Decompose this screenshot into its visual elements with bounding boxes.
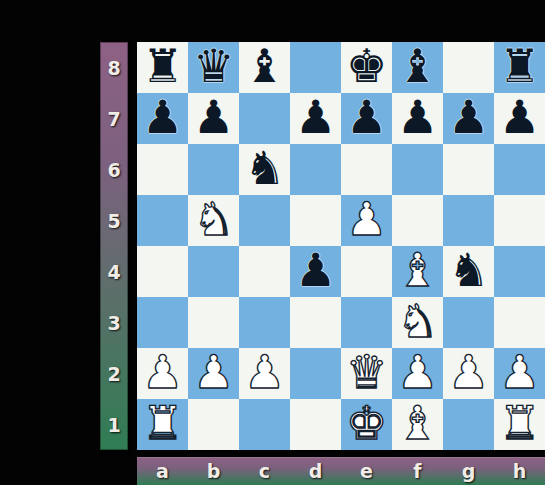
chess-broadcast-frame: 87654321 ♜♛♝♚♝♜♟♟♟♟♟♟♟♞♞♟♟♝♞♞♟♟♟♛♟♟♟♜♚♝♜… [0, 0, 545, 485]
black-bishop-f8[interactable]: ♝ [397, 43, 438, 89]
black-bishop-c8[interactable]: ♝ [244, 43, 285, 89]
rank-label-4: 4 [100, 246, 128, 297]
white-rook-h1[interactable]: ♜ [499, 400, 540, 446]
file-label-f: f [392, 457, 443, 485]
square-c3[interactable] [239, 297, 290, 348]
square-c7[interactable] [239, 93, 290, 144]
square-b2[interactable]: ♟ [188, 348, 239, 399]
square-h4[interactable] [494, 246, 545, 297]
square-b6[interactable] [188, 144, 239, 195]
rank-label-5: 5 [100, 195, 128, 246]
black-knight-g4[interactable]: ♞ [448, 247, 489, 293]
white-pawn-c2[interactable]: ♟ [244, 349, 285, 395]
square-h5[interactable] [494, 195, 545, 246]
white-pawn-g2[interactable]: ♟ [448, 349, 489, 395]
square-a4[interactable] [137, 246, 188, 297]
square-b3[interactable] [188, 297, 239, 348]
file-label-g: g [443, 457, 494, 485]
square-h6[interactable] [494, 144, 545, 195]
square-b4[interactable] [188, 246, 239, 297]
rank-label-6: 6 [100, 144, 128, 195]
file-label-d: d [290, 457, 341, 485]
square-c2[interactable]: ♟ [239, 348, 290, 399]
file-label-strip: abcdefgh [137, 457, 545, 485]
black-queen-b8[interactable]: ♛ [193, 43, 234, 89]
square-g8[interactable] [443, 42, 494, 93]
square-d2[interactable] [290, 348, 341, 399]
square-d3[interactable] [290, 297, 341, 348]
black-rook-a8[interactable]: ♜ [142, 43, 183, 89]
square-a2[interactable]: ♟ [137, 348, 188, 399]
square-g7[interactable]: ♟ [443, 93, 494, 144]
square-c4[interactable] [239, 246, 290, 297]
white-queen-e2[interactable]: ♛ [346, 349, 387, 395]
square-a3[interactable] [137, 297, 188, 348]
square-e3[interactable] [341, 297, 392, 348]
white-bishop-f4[interactable]: ♝ [397, 247, 438, 293]
square-f1[interactable]: ♝ [392, 399, 443, 450]
square-e8[interactable]: ♚ [341, 42, 392, 93]
white-rook-a1[interactable]: ♜ [142, 400, 183, 446]
white-knight-b5[interactable]: ♞ [193, 196, 234, 242]
file-label-a: a [137, 457, 188, 485]
white-king-e1[interactable]: ♚ [346, 400, 387, 446]
file-label-e: e [341, 457, 392, 485]
black-pawn-a7[interactable]: ♟ [142, 94, 183, 140]
square-f4[interactable]: ♝ [392, 246, 443, 297]
square-f3[interactable]: ♞ [392, 297, 443, 348]
black-knight-c6[interactable]: ♞ [244, 145, 285, 191]
square-a5[interactable] [137, 195, 188, 246]
white-knight-f3[interactable]: ♞ [397, 298, 438, 344]
square-g1[interactable] [443, 399, 494, 450]
black-king-e8[interactable]: ♚ [346, 43, 387, 89]
black-pawn-f7[interactable]: ♟ [397, 94, 438, 140]
square-g2[interactable]: ♟ [443, 348, 494, 399]
square-h8[interactable]: ♜ [494, 42, 545, 93]
black-pawn-e7[interactable]: ♟ [346, 94, 387, 140]
square-f8[interactable]: ♝ [392, 42, 443, 93]
black-pawn-h7[interactable]: ♟ [499, 94, 540, 140]
square-h7[interactable]: ♟ [494, 93, 545, 144]
white-pawn-b2[interactable]: ♟ [193, 349, 234, 395]
square-e7[interactable]: ♟ [341, 93, 392, 144]
rank-label-7: 7 [100, 93, 128, 144]
square-b7[interactable]: ♟ [188, 93, 239, 144]
square-a6[interactable] [137, 144, 188, 195]
square-f2[interactable]: ♟ [392, 348, 443, 399]
square-h3[interactable] [494, 297, 545, 348]
square-h1[interactable]: ♜ [494, 399, 545, 450]
white-pawn-e5[interactable]: ♟ [346, 196, 387, 242]
square-a8[interactable]: ♜ [137, 42, 188, 93]
file-label-h: h [494, 457, 545, 485]
square-d5[interactable] [290, 195, 341, 246]
square-g5[interactable] [443, 195, 494, 246]
square-f5[interactable] [392, 195, 443, 246]
square-e2[interactable]: ♛ [341, 348, 392, 399]
square-g3[interactable] [443, 297, 494, 348]
square-a1[interactable]: ♜ [137, 399, 188, 450]
square-f7[interactable]: ♟ [392, 93, 443, 144]
white-pawn-a2[interactable]: ♟ [142, 349, 183, 395]
square-e1[interactable]: ♚ [341, 399, 392, 450]
file-label-b: b [188, 457, 239, 485]
square-d6[interactable] [290, 144, 341, 195]
white-pawn-h2[interactable]: ♟ [499, 349, 540, 395]
black-pawn-d7[interactable]: ♟ [295, 94, 336, 140]
square-d7[interactable]: ♟ [290, 93, 341, 144]
square-e5[interactable]: ♟ [341, 195, 392, 246]
square-h2[interactable]: ♟ [494, 348, 545, 399]
black-pawn-g7[interactable]: ♟ [448, 94, 489, 140]
black-pawn-b7[interactable]: ♟ [193, 94, 234, 140]
black-pawn-d4[interactable]: ♟ [295, 247, 336, 293]
rank-label-3: 3 [100, 297, 128, 348]
square-g4[interactable]: ♞ [443, 246, 494, 297]
square-c1[interactable] [239, 399, 290, 450]
square-e6[interactable] [341, 144, 392, 195]
square-d8[interactable] [290, 42, 341, 93]
square-d4[interactable]: ♟ [290, 246, 341, 297]
board: ♜♛♝♚♝♜♟♟♟♟♟♟♟♞♞♟♟♝♞♞♟♟♟♛♟♟♟♜♚♝♜ [137, 42, 545, 450]
square-a7[interactable]: ♟ [137, 93, 188, 144]
square-e4[interactable] [341, 246, 392, 297]
rank-label-2: 2 [100, 348, 128, 399]
white-pawn-f2[interactable]: ♟ [397, 349, 438, 395]
square-c6[interactable]: ♞ [239, 144, 290, 195]
black-rook-h8[interactable]: ♜ [499, 43, 540, 89]
rank-label-1: 1 [100, 399, 128, 450]
file-label-c: c [239, 457, 290, 485]
square-b1[interactable] [188, 399, 239, 450]
square-g6[interactable] [443, 144, 494, 195]
square-c8[interactable]: ♝ [239, 42, 290, 93]
square-c5[interactable] [239, 195, 290, 246]
square-b5[interactable]: ♞ [188, 195, 239, 246]
white-bishop-f1[interactable]: ♝ [397, 400, 438, 446]
rank-label-strip: 87654321 [100, 42, 128, 450]
square-f6[interactable] [392, 144, 443, 195]
square-d1[interactable] [290, 399, 341, 450]
square-b8[interactable]: ♛ [188, 42, 239, 93]
rank-label-8: 8 [100, 42, 128, 93]
